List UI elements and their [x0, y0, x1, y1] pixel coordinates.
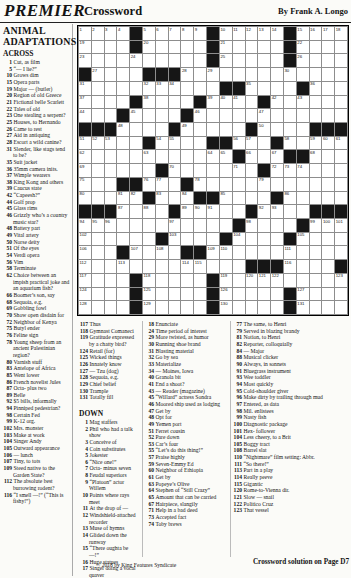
- grid-cell-r19c9[interactable]: [181, 274, 193, 287]
- grid-cell-r19c12[interactable]: 119: [220, 274, 232, 287]
- grid-cell-r17c8[interactable]: [169, 246, 181, 259]
- grid-cell-r3c10[interactable]: [194, 54, 206, 67]
- grid-cell-r13c17[interactable]: 86: [284, 192, 296, 205]
- grid-cell-r11c21[interactable]: [335, 164, 347, 177]
- grid-cell-r3c7[interactable]: [156, 54, 168, 67]
- grid-cell-r16c3[interactable]: [105, 233, 117, 246]
- grid-cell-r9c15[interactable]: [258, 137, 270, 150]
- grid-cell-r18c18[interactable]: [297, 260, 309, 273]
- grid-cell-r6c6[interactable]: 38: [143, 96, 155, 109]
- grid-cell-r18c4[interactable]: 113: [117, 260, 129, 273]
- grid-cell-r17c3[interactable]: [105, 246, 117, 259]
- grid-cell-r4c18[interactable]: [297, 68, 309, 81]
- grid-cell-r2c21[interactable]: [335, 41, 347, 54]
- grid-cell-r15c15[interactable]: [258, 219, 270, 232]
- grid-cell-r10c1[interactable]: 62: [79, 150, 91, 163]
- grid-cell-r13c3[interactable]: [105, 192, 117, 205]
- grid-cell-r5c6[interactable]: 32: [143, 82, 155, 95]
- grid-cell-r6c1[interactable]: 37: [79, 96, 91, 109]
- grid-cell-r7c20[interactable]: [322, 109, 334, 122]
- grid-cell-r10c9[interactable]: [181, 150, 193, 163]
- grid-cell-r14c15[interactable]: 92: [258, 205, 270, 218]
- grid-cell-r15c11[interactable]: [207, 219, 219, 232]
- grid-cell-r11c10[interactable]: [194, 164, 206, 177]
- grid-cell-r2c7[interactable]: [156, 41, 168, 54]
- grid-cell-r21c2[interactable]: [92, 301, 104, 314]
- grid-cell-r15c2[interactable]: 95: [92, 219, 104, 232]
- grid-cell-r16c15[interactable]: [258, 233, 270, 246]
- grid-cell-r2c19[interactable]: [310, 41, 322, 54]
- grid-cell-r21c8[interactable]: [169, 301, 181, 314]
- grid-cell-r17c21[interactable]: [335, 246, 347, 259]
- grid-cell-r21c14[interactable]: [246, 301, 258, 314]
- grid-cell-r7c15[interactable]: 47: [258, 109, 270, 122]
- grid-cell-r15c10[interactable]: [194, 219, 206, 232]
- grid-cell-r1c13[interactable]: 11: [233, 27, 245, 40]
- grid-cell-r20c15[interactable]: [258, 288, 270, 301]
- grid-cell-r2c6[interactable]: 20: [143, 41, 155, 54]
- grid-cell-r9c9[interactable]: [181, 137, 193, 150]
- grid-cell-r13c15[interactable]: [258, 192, 270, 205]
- grid-cell-r3c19[interactable]: [310, 54, 322, 67]
- grid-cell-r19c16[interactable]: 122: [271, 274, 283, 287]
- grid-cell-r16c10[interactable]: [194, 233, 206, 246]
- grid-cell-r19c2[interactable]: [92, 274, 104, 287]
- grid-cell-r5c17[interactable]: [284, 82, 296, 95]
- grid-cell-r3c1[interactable]: 23: [79, 54, 91, 67]
- grid-cell-r1c19[interactable]: 16: [310, 27, 322, 40]
- grid-cell-r19c15[interactable]: 121: [258, 274, 270, 287]
- grid-cell-r10c2[interactable]: [92, 150, 104, 163]
- grid-cell-r8c9[interactable]: 49: [181, 123, 193, 136]
- grid-cell-r8c5[interactable]: [130, 123, 142, 136]
- grid-cell-r14c17[interactable]: [284, 205, 296, 218]
- grid-cell-r15c1[interactable]: 94: [79, 219, 91, 232]
- grid-cell-r13c8[interactable]: [169, 192, 181, 205]
- grid-cell-r6c19[interactable]: [310, 96, 322, 109]
- grid-cell-r3c8[interactable]: [169, 54, 181, 67]
- grid-cell-r5c19[interactable]: 36: [310, 82, 322, 95]
- grid-cell-r6c17[interactable]: [284, 96, 296, 109]
- grid-cell-r18c9[interactable]: 114: [181, 260, 193, 273]
- grid-cell-r14c13[interactable]: [233, 205, 245, 218]
- grid-cell-r6c4[interactable]: [117, 96, 129, 109]
- grid-cell-r21c21[interactable]: [335, 301, 347, 314]
- grid-cell-r5c14[interactable]: 35: [246, 82, 258, 95]
- grid-cell-r16c11[interactable]: [207, 233, 219, 246]
- grid-cell-r17c18[interactable]: [297, 246, 309, 259]
- grid-cell-r10c20[interactable]: [322, 150, 334, 163]
- grid-cell-r12c11[interactable]: [207, 178, 219, 191]
- grid-cell-r7c14[interactable]: [246, 109, 258, 122]
- grid-cell-r4c21[interactable]: [335, 68, 347, 81]
- grid-cell-r14c6[interactable]: 88: [143, 205, 155, 218]
- grid-cell-r3c18[interactable]: 26: [297, 54, 309, 67]
- grid-cell-r18c20[interactable]: [322, 260, 334, 273]
- grid-cell-r21c12[interactable]: 130: [220, 301, 232, 314]
- grid-cell-r16c9[interactable]: [181, 233, 193, 246]
- grid-cell-r5c5[interactable]: [130, 82, 142, 95]
- grid-cell-r1c4[interactable]: 4: [117, 27, 129, 40]
- grid-cell-r21c18[interactable]: 131: [297, 301, 309, 314]
- grid-cell-r1c12[interactable]: 10: [220, 27, 232, 40]
- grid-cell-r6c20[interactable]: [322, 96, 334, 109]
- grid-cell-r12c17[interactable]: [284, 178, 296, 191]
- grid-cell-r16c14[interactable]: [246, 233, 258, 246]
- grid-cell-r20c8[interactable]: [169, 288, 181, 301]
- grid-cell-r6c16[interactable]: 42: [271, 96, 283, 109]
- grid-cell-r20c19[interactable]: [310, 288, 322, 301]
- grid-cell-r3c16[interactable]: [271, 54, 283, 67]
- grid-cell-r14c5[interactable]: [130, 205, 142, 218]
- grid-cell-r2c18[interactable]: 22: [297, 41, 309, 54]
- grid-cell-r7c19[interactable]: [310, 109, 322, 122]
- grid-cell-r9c18[interactable]: [297, 137, 309, 150]
- grid-cell-r13c5[interactable]: 82: [130, 192, 142, 205]
- grid-cell-r19c19[interactable]: [310, 274, 322, 287]
- grid-cell-r18c8[interactable]: [169, 260, 181, 273]
- grid-cell-r13c18[interactable]: [297, 192, 309, 205]
- grid-cell-r21c16[interactable]: [271, 301, 283, 314]
- grid-cell-r3c13[interactable]: [233, 54, 245, 67]
- grid-cell-r18c19[interactable]: [310, 260, 322, 273]
- grid-cell-r5c15[interactable]: [258, 82, 270, 95]
- grid-cell-r9c5[interactable]: [130, 137, 142, 150]
- grid-cell-r15c19[interactable]: 99: [310, 219, 322, 232]
- grid-cell-r5c8[interactable]: 34: [169, 82, 181, 95]
- grid-cell-r20c16[interactable]: [271, 288, 283, 301]
- grid-cell-r16c2[interactable]: [92, 233, 104, 246]
- grid-cell-r8c13[interactable]: [233, 123, 245, 136]
- grid-cell-r9c8[interactable]: 55: [169, 137, 181, 150]
- grid-cell-r7c3[interactable]: [105, 109, 117, 122]
- grid-cell-r7c1[interactable]: 44: [79, 109, 91, 122]
- grid-cell-r12c16[interactable]: [271, 178, 283, 191]
- grid-cell-r7c2[interactable]: [92, 109, 104, 122]
- grid-cell-r17c16[interactable]: [271, 246, 283, 259]
- grid-cell-r10c6[interactable]: 63: [143, 150, 155, 163]
- grid-cell-r2c13[interactable]: [233, 41, 245, 54]
- grid-cell-r9c20[interactable]: 60: [322, 137, 334, 150]
- grid-cell-r7c6[interactable]: [143, 109, 155, 122]
- grid-cell-r6c2[interactable]: [92, 96, 104, 109]
- grid-cell-r20c7[interactable]: [156, 288, 168, 301]
- grid-cell-r9c1[interactable]: 51: [79, 137, 91, 150]
- grid-cell-r15c21[interactable]: 101: [335, 219, 347, 232]
- grid-cell-r15c12[interactable]: [220, 219, 232, 232]
- grid-cell-r12c10[interactable]: 78: [194, 178, 206, 191]
- grid-cell-r4c17[interactable]: 30: [284, 68, 296, 81]
- grid-cell-r4c5[interactable]: [130, 68, 142, 81]
- grid-cell-r19c17[interactable]: [284, 274, 296, 287]
- grid-cell-r7c21[interactable]: [335, 109, 347, 122]
- grid-cell-r20c21[interactable]: [335, 288, 347, 301]
- grid-cell-r21c1[interactable]: 128: [79, 301, 91, 314]
- grid-cell-r1c16[interactable]: 14: [271, 27, 283, 40]
- grid-cell-r20c10[interactable]: [194, 288, 206, 301]
- grid-cell-r13c20[interactable]: [322, 192, 334, 205]
- grid-cell-r6c21[interactable]: [335, 96, 347, 109]
- grid-cell-r3c14[interactable]: [246, 54, 258, 67]
- grid-cell-r13c14[interactable]: [246, 192, 258, 205]
- grid-cell-r15c7[interactable]: [156, 219, 168, 232]
- grid-cell-r16c4[interactable]: [117, 233, 129, 246]
- grid-cell-r1c1[interactable]: 1: [79, 27, 91, 40]
- grid-cell-r8c10[interactable]: [194, 123, 206, 136]
- grid-cell-r3c6[interactable]: [143, 54, 155, 67]
- crossword-grid[interactable]: 1234567891011121314151617181920212223242…: [77, 25, 349, 316]
- grid-cell-r17c19[interactable]: [310, 246, 322, 259]
- grid-cell-r2c1[interactable]: 19: [79, 41, 91, 54]
- grid-cell-r6c8[interactable]: [169, 96, 181, 109]
- grid-cell-r19c8[interactable]: [169, 274, 181, 287]
- grid-cell-r5c1[interactable]: 31: [79, 82, 91, 95]
- grid-cell-r14c11[interactable]: 91: [207, 205, 219, 218]
- grid-cell-r3c21[interactable]: [335, 54, 347, 67]
- grid-cell-r5c21[interactable]: [335, 82, 347, 95]
- grid-cell-r5c2[interactable]: [92, 82, 104, 95]
- grid-cell-r8c15[interactable]: 50: [258, 123, 270, 136]
- grid-cell-r10c15[interactable]: [258, 150, 270, 163]
- grid-cell-r11c17[interactable]: 73: [284, 164, 296, 177]
- grid-cell-r7c13[interactable]: [233, 109, 245, 122]
- grid-cell-r12c1[interactable]: 75: [79, 178, 91, 191]
- grid-cell-r1c9[interactable]: 8: [181, 27, 193, 40]
- grid-cell-r9c13[interactable]: 56: [233, 137, 245, 150]
- grid-cell-r7c11[interactable]: [207, 109, 219, 122]
- grid-cell-r12c3[interactable]: [105, 178, 117, 191]
- grid-cell-r20c3[interactable]: [105, 288, 117, 301]
- grid-cell-r12c18[interactable]: [297, 178, 309, 191]
- grid-cell-r13c19[interactable]: [310, 192, 322, 205]
- grid-cell-r8c18[interactable]: [297, 123, 309, 136]
- grid-cell-r14c7[interactable]: [156, 205, 168, 218]
- grid-cell-r19c10[interactable]: [194, 274, 206, 287]
- grid-cell-r10c5[interactable]: [130, 150, 142, 163]
- grid-cell-r1c14[interactable]: 12: [246, 27, 258, 40]
- grid-cell-r2c16[interactable]: [271, 41, 283, 54]
- grid-cell-r16c1[interactable]: 102: [79, 233, 91, 246]
- grid-cell-r15c6[interactable]: [143, 219, 155, 232]
- grid-cell-r3c9[interactable]: [181, 54, 193, 67]
- grid-cell-r2c15[interactable]: [258, 41, 270, 54]
- grid-cell-r17c12[interactable]: 110: [220, 246, 232, 259]
- grid-cell-r7c5[interactable]: 45: [130, 109, 142, 122]
- grid-cell-r7c10[interactable]: 46: [194, 109, 206, 122]
- grid-cell-r5c20[interactable]: [322, 82, 334, 95]
- grid-cell-r17c7[interactable]: 108: [156, 246, 168, 259]
- grid-cell-r20c9[interactable]: [181, 288, 193, 301]
- grid-cell-r14c10[interactable]: 90: [194, 205, 206, 218]
- grid-cell-r15c9[interactable]: [181, 219, 193, 232]
- grid-cell-r17c6[interactable]: [143, 246, 155, 259]
- grid-cell-r3c20[interactable]: [322, 54, 334, 67]
- grid-cell-r13c2[interactable]: [92, 192, 104, 205]
- grid-cell-r16c21[interactable]: [335, 233, 347, 246]
- grid-cell-r10c14[interactable]: 66: [246, 150, 258, 163]
- grid-cell-r2c4[interactable]: [117, 41, 129, 54]
- grid-cell-r21c20[interactable]: [322, 301, 334, 314]
- grid-cell-r18c3[interactable]: [105, 260, 117, 273]
- grid-cell-r17c2[interactable]: [92, 246, 104, 259]
- grid-cell-r12c2[interactable]: [92, 178, 104, 191]
- grid-cell-r21c3[interactable]: [105, 301, 117, 314]
- grid-cell-r14c9[interactable]: 89: [181, 205, 193, 218]
- grid-cell-r15c8[interactable]: 97: [169, 219, 181, 232]
- grid-cell-r6c11[interactable]: 39: [207, 96, 219, 109]
- grid-cell-r1c6[interactable]: 5: [143, 27, 155, 40]
- grid-cell-r8c16[interactable]: [271, 123, 283, 136]
- grid-cell-r11c16[interactable]: 72: [271, 164, 283, 177]
- grid-cell-r21c9[interactable]: [181, 301, 193, 314]
- grid-cell-r4c3[interactable]: [105, 68, 117, 81]
- grid-cell-r10c4[interactable]: [117, 150, 129, 163]
- grid-cell-r7c16[interactable]: [271, 109, 283, 122]
- grid-cell-r9c7[interactable]: 54: [156, 137, 168, 150]
- grid-cell-r19c3[interactable]: [105, 274, 117, 287]
- grid-cell-r20c14[interactable]: [246, 288, 258, 301]
- grid-cell-r18c12[interactable]: [220, 260, 232, 273]
- grid-cell-r11c20[interactable]: [322, 164, 334, 177]
- grid-cell-r20c13[interactable]: [233, 288, 245, 301]
- grid-cell-r16c19[interactable]: [310, 233, 322, 246]
- grid-cell-r5c4[interactable]: [117, 82, 129, 95]
- grid-cell-r18c17[interactable]: 116: [284, 260, 296, 273]
- grid-cell-r4c12[interactable]: [220, 68, 232, 81]
- grid-cell-r16c16[interactable]: [271, 233, 283, 246]
- grid-cell-r11c13[interactable]: 71: [233, 164, 245, 177]
- grid-cell-r4c10[interactable]: [194, 68, 206, 81]
- grid-cell-r21c15[interactable]: [258, 301, 270, 314]
- grid-cell-r12c13[interactable]: [233, 178, 245, 191]
- grid-cell-r18c5[interactable]: [130, 260, 142, 273]
- grid-cell-r19c14[interactable]: 120: [246, 274, 258, 287]
- grid-cell-r13c1[interactable]: 80: [79, 192, 91, 205]
- grid-cell-r3c3[interactable]: [105, 54, 117, 67]
- grid-cell-r2c20[interactable]: [322, 41, 334, 54]
- grid-cell-r7c7[interactable]: [156, 109, 168, 122]
- grid-cell-r18c7[interactable]: [156, 260, 168, 273]
- grid-cell-r4c4[interactable]: [117, 68, 129, 81]
- grid-cell-r11c14[interactable]: [246, 164, 258, 177]
- grid-cell-r8c17[interactable]: [284, 123, 296, 136]
- grid-cell-r2c14[interactable]: [246, 41, 258, 54]
- grid-cell-r4c20[interactable]: [322, 68, 334, 81]
- grid-cell-r15c14[interactable]: 98: [246, 219, 258, 232]
- grid-cell-r5c11[interactable]: [207, 82, 219, 95]
- grid-cell-r16c6[interactable]: [143, 233, 155, 246]
- grid-cell-r6c13[interactable]: 41: [233, 96, 245, 109]
- grid-cell-r21c6[interactable]: 129: [143, 301, 155, 314]
- grid-cell-r19c6[interactable]: 118: [143, 274, 155, 287]
- grid-cell-r4c19[interactable]: [310, 68, 322, 81]
- grid-cell-r7c12[interactable]: [220, 109, 232, 122]
- grid-cell-r10c7[interactable]: [156, 150, 168, 163]
- grid-cell-r18c2[interactable]: [92, 260, 104, 273]
- grid-cell-r10c21[interactable]: [335, 150, 347, 163]
- grid-cell-r7c8[interactable]: [169, 109, 181, 122]
- grid-cell-r11c2[interactable]: [92, 164, 104, 177]
- grid-cell-r18c11[interactable]: [207, 260, 219, 273]
- grid-cell-r19c18[interactable]: [297, 274, 309, 287]
- grid-cell-r6c9[interactable]: [181, 96, 193, 109]
- grid-cell-r1c2[interactable]: 2: [92, 27, 104, 40]
- grid-cell-r18c10[interactable]: 115: [194, 260, 206, 273]
- grid-cell-r2c12[interactable]: 21: [220, 41, 232, 54]
- grid-cell-r9c3[interactable]: 53: [105, 137, 117, 150]
- grid-cell-r1c15[interactable]: 13: [258, 27, 270, 40]
- grid-cell-r8c7[interactable]: [156, 123, 168, 136]
- grid-cell-r18c13[interactable]: [233, 260, 245, 273]
- grid-cell-r3c4[interactable]: [117, 54, 129, 67]
- grid-cell-r19c13[interactable]: [233, 274, 245, 287]
- grid-cell-r2c2[interactable]: [92, 41, 104, 54]
- grid-cell-r4c13[interactable]: [233, 68, 245, 81]
- grid-cell-r20c4[interactable]: [117, 288, 129, 301]
- grid-cell-r4c15[interactable]: [258, 68, 270, 81]
- grid-cell-r15c3[interactable]: 96: [105, 219, 117, 232]
- grid-cell-r17c1[interactable]: 106: [79, 246, 91, 259]
- grid-cell-r14c16[interactable]: 93: [271, 205, 283, 218]
- grid-cell-r1c20[interactable]: 17: [322, 27, 334, 40]
- grid-cell-r16c18[interactable]: 105: [297, 233, 309, 246]
- grid-cell-r8c11[interactable]: [207, 123, 219, 136]
- grid-cell-r19c21[interactable]: 123: [335, 274, 347, 287]
- grid-cell-r11c19[interactable]: [310, 164, 322, 177]
- grid-cell-r3c2[interactable]: [92, 54, 104, 67]
- grid-cell-r1c18[interactable]: 15: [297, 27, 309, 40]
- grid-cell-r1c10[interactable]: 9: [194, 27, 206, 40]
- grid-cell-r13c13[interactable]: [233, 192, 245, 205]
- grid-cell-r9c21[interactable]: 61: [335, 137, 347, 150]
- grid-cell-r19c4[interactable]: [117, 274, 129, 287]
- grid-cell-r16c8[interactable]: 103: [169, 233, 181, 246]
- grid-cell-r1c3[interactable]: 3: [105, 27, 117, 40]
- grid-cell-r18c6[interactable]: [143, 260, 155, 273]
- grid-cell-r3c15[interactable]: [258, 54, 270, 67]
- grid-cell-r4c11[interactable]: 29: [207, 68, 219, 81]
- grid-cell-r17c17[interactable]: 111: [284, 246, 296, 259]
- grid-cell-r20c1[interactable]: 124: [79, 288, 91, 301]
- grid-cell-r12c7[interactable]: 77: [156, 178, 168, 191]
- grid-cell-r17c15[interactable]: [258, 246, 270, 259]
- grid-cell-r11c11[interactable]: [207, 164, 219, 177]
- grid-cell-r11c6[interactable]: [143, 164, 155, 177]
- grid-cell-r14c4[interactable]: 87: [117, 205, 129, 218]
- grid-cell-r12c6[interactable]: 76: [143, 178, 155, 191]
- grid-cell-r15c17[interactable]: [284, 219, 296, 232]
- grid-cell-r16c5[interactable]: [130, 233, 142, 246]
- grid-cell-r10c10[interactable]: [194, 150, 206, 163]
- grid-cell-r15c5[interactable]: [130, 219, 142, 232]
- grid-cell-r18c1[interactable]: 112: [79, 260, 91, 273]
- grid-cell-r19c20[interactable]: [322, 274, 334, 287]
- grid-cell-r11c3[interactable]: [105, 164, 117, 177]
- grid-cell-r19c1[interactable]: 117: [79, 274, 91, 287]
- grid-cell-r14c12[interactable]: [220, 205, 232, 218]
- grid-cell-r6c12[interactable]: 40: [220, 96, 232, 109]
- grid-cell-r21c10[interactable]: [194, 301, 206, 314]
- grid-cell-r13c4[interactable]: 81: [117, 192, 129, 205]
- grid-cell-r4c14[interactable]: [246, 68, 258, 81]
- grid-cell-r15c4[interactable]: [117, 219, 129, 232]
- grid-cell-r7c17[interactable]: [284, 109, 296, 122]
- grid-cell-r14c18[interactable]: [297, 205, 309, 218]
- grid-cell-r10c8[interactable]: [169, 150, 181, 163]
- grid-cell-r4c9[interactable]: 28: [181, 68, 193, 81]
- grid-cell-r1c21[interactable]: 18: [335, 27, 347, 40]
- grid-cell-r12c12[interactable]: [220, 178, 232, 191]
